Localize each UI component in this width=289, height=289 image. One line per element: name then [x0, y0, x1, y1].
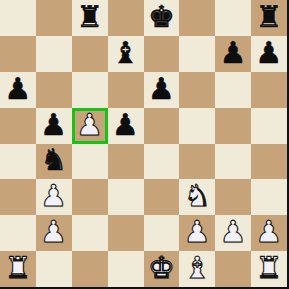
square-a1[interactable]: ♜ — [0, 251, 36, 287]
square-d5[interactable]: ♟ — [108, 108, 144, 144]
square-d1[interactable] — [108, 251, 144, 287]
square-h3[interactable] — [251, 179, 287, 215]
piece-black-bishop[interactable]: ♝ — [112, 38, 139, 68]
square-d2[interactable] — [108, 215, 144, 251]
piece-white-pawn[interactable]: ♟ — [184, 217, 211, 247]
square-f3[interactable]: ♞ — [179, 179, 215, 215]
square-d3[interactable] — [108, 179, 144, 215]
piece-black-king[interactable]: ♚ — [148, 2, 175, 32]
piece-white-knight[interactable]: ♞ — [184, 181, 211, 211]
piece-black-pawn[interactable]: ♟ — [220, 38, 247, 68]
piece-white-pawn[interactable]: ♟ — [220, 217, 247, 247]
square-d8[interactable] — [108, 0, 144, 36]
piece-black-pawn[interactable]: ♟ — [112, 110, 139, 140]
square-e7[interactable] — [144, 36, 180, 72]
square-d7[interactable]: ♝ — [108, 36, 144, 72]
square-f1[interactable]: ♝ — [179, 251, 215, 287]
square-a6[interactable]: ♟ — [0, 72, 36, 108]
square-c4[interactable] — [72, 144, 108, 180]
board-frame: ♜♚♜♝♟♟♟♟♟♟♟♞♟♞♟♟♟♟♜♚♝♜ — [0, 0, 289, 289]
square-b2[interactable]: ♟ — [36, 215, 72, 251]
square-f2[interactable]: ♟ — [179, 215, 215, 251]
piece-black-knight[interactable]: ♞ — [40, 145, 67, 175]
square-h6[interactable] — [251, 72, 287, 108]
square-c8[interactable]: ♜ — [72, 0, 108, 36]
square-a4[interactable] — [0, 144, 36, 180]
square-e6[interactable]: ♟ — [144, 72, 180, 108]
square-d6[interactable] — [108, 72, 144, 108]
square-b3[interactable]: ♟ — [36, 179, 72, 215]
piece-white-pawn[interactable]: ♟ — [40, 217, 67, 247]
square-b1[interactable] — [36, 251, 72, 287]
square-h8[interactable]: ♜ — [251, 0, 287, 36]
piece-black-rook[interactable]: ♜ — [256, 2, 283, 32]
square-f4[interactable] — [179, 144, 215, 180]
square-e5[interactable] — [144, 108, 180, 144]
square-a2[interactable] — [0, 215, 36, 251]
piece-black-pawn[interactable]: ♟ — [40, 110, 67, 140]
square-f7[interactable] — [179, 36, 215, 72]
square-g7[interactable]: ♟ — [215, 36, 251, 72]
square-h5[interactable] — [251, 108, 287, 144]
square-b4[interactable]: ♞ — [36, 144, 72, 180]
square-e3[interactable] — [144, 179, 180, 215]
piece-white-pawn[interactable]: ♟ — [256, 217, 283, 247]
square-c7[interactable] — [72, 36, 108, 72]
piece-white-bishop[interactable]: ♝ — [184, 253, 211, 283]
piece-white-king[interactable]: ♚ — [148, 253, 175, 283]
square-c3[interactable] — [72, 179, 108, 215]
square-f5[interactable] — [179, 108, 215, 144]
square-g3[interactable] — [215, 179, 251, 215]
square-b6[interactable] — [36, 72, 72, 108]
piece-black-pawn[interactable]: ♟ — [148, 74, 175, 104]
piece-white-pawn[interactable]: ♟ — [40, 181, 67, 211]
square-g2[interactable]: ♟ — [215, 215, 251, 251]
square-h7[interactable]: ♟ — [251, 36, 287, 72]
square-a5[interactable] — [0, 108, 36, 144]
piece-black-pawn[interactable]: ♟ — [256, 38, 283, 68]
square-b7[interactable] — [36, 36, 72, 72]
piece-black-pawn[interactable]: ♟ — [4, 74, 31, 104]
square-e8[interactable]: ♚ — [144, 0, 180, 36]
square-b8[interactable] — [36, 0, 72, 36]
piece-white-rook[interactable]: ♜ — [256, 253, 283, 283]
square-a3[interactable] — [0, 179, 36, 215]
square-h2[interactable]: ♟ — [251, 215, 287, 251]
square-h1[interactable]: ♜ — [251, 251, 287, 287]
square-d4[interactable] — [108, 144, 144, 180]
square-g1[interactable] — [215, 251, 251, 287]
square-g5[interactable] — [215, 108, 251, 144]
square-c1[interactable] — [72, 251, 108, 287]
square-h4[interactable] — [251, 144, 287, 180]
piece-black-rook[interactable]: ♜ — [76, 2, 103, 32]
piece-white-rook[interactable]: ♜ — [4, 253, 31, 283]
square-g4[interactable] — [215, 144, 251, 180]
square-c2[interactable] — [72, 215, 108, 251]
square-e4[interactable] — [144, 144, 180, 180]
square-f6[interactable] — [179, 72, 215, 108]
square-e2[interactable] — [144, 215, 180, 251]
square-c5-lastmove-highlight[interactable]: ♟ — [72, 108, 108, 144]
square-c6[interactable] — [72, 72, 108, 108]
piece-white-pawn[interactable]: ♟ — [76, 110, 103, 140]
square-a8[interactable] — [0, 0, 36, 36]
square-e1[interactable]: ♚ — [144, 251, 180, 287]
chess-board: ♜♚♜♝♟♟♟♟♟♟♟♞♟♞♟♟♟♟♜♚♝♜ — [0, 0, 287, 287]
square-g6[interactable] — [215, 72, 251, 108]
square-g8[interactable] — [215, 0, 251, 36]
square-a7[interactable] — [0, 36, 36, 72]
square-b5[interactable]: ♟ — [36, 108, 72, 144]
square-f8[interactable] — [179, 0, 215, 36]
